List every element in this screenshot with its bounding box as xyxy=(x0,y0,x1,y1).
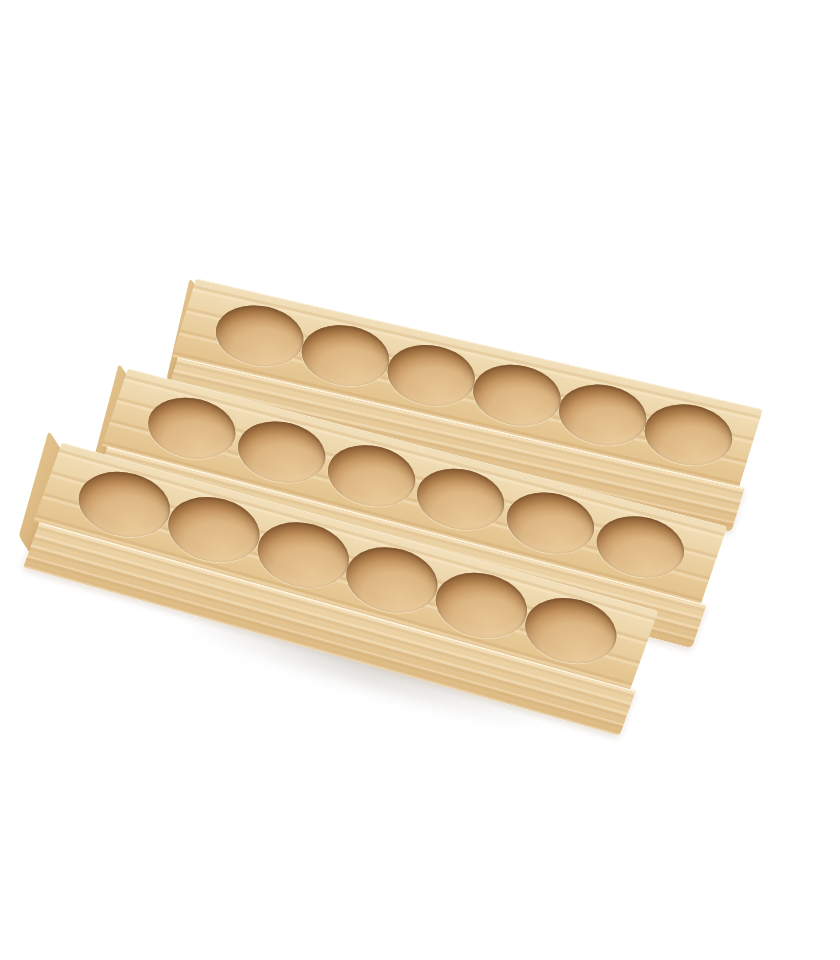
product-photo-stage xyxy=(0,0,840,960)
pit-r2-c6[interactable] xyxy=(588,507,692,586)
pit-r1-c6[interactable] xyxy=(637,396,740,473)
pit-r1-c4[interactable] xyxy=(465,356,568,433)
pit-r3-c1[interactable] xyxy=(70,461,180,546)
pit-r3-c6[interactable] xyxy=(516,587,626,672)
pit-r2-c3[interactable] xyxy=(319,436,423,515)
pit-r2-c1[interactable] xyxy=(140,388,244,467)
pit-r3-c4[interactable] xyxy=(337,537,447,622)
pit-r3-c2[interactable] xyxy=(159,486,269,571)
pit-r1-c1[interactable] xyxy=(208,297,311,374)
pit-r1-c5[interactable] xyxy=(551,376,654,453)
pit-r1-c2[interactable] xyxy=(294,316,397,393)
pit-r1-c3[interactable] xyxy=(380,336,483,413)
pit-r3-c3[interactable] xyxy=(248,512,358,597)
pit-r3-c5[interactable] xyxy=(426,562,536,647)
pit-r2-c4[interactable] xyxy=(409,459,513,538)
pit-r2-c5[interactable] xyxy=(498,483,602,562)
pit-r2-c2[interactable] xyxy=(230,412,334,491)
